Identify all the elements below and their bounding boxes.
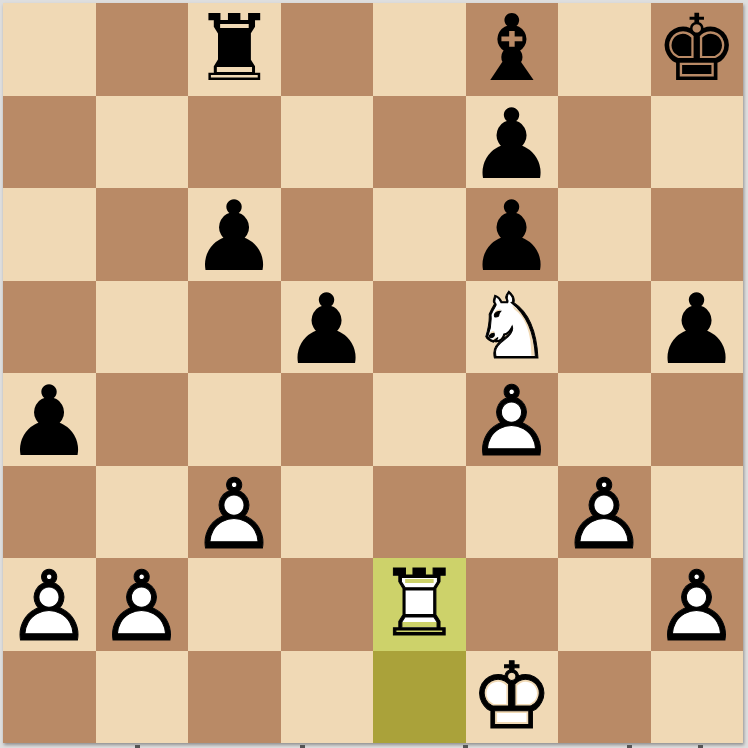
- square-b3[interactable]: [96, 466, 189, 559]
- square-g3[interactable]: ♟♙: [558, 466, 651, 559]
- white-pawn[interactable]: ♟♙: [558, 466, 651, 559]
- square-h4[interactable]: [651, 373, 744, 466]
- white-pawn-outline-glyph: ♙: [561, 466, 648, 563]
- white-knight[interactable]: ♞♘: [466, 281, 559, 374]
- square-f8[interactable]: ♝: [466, 3, 559, 96]
- square-f4[interactable]: ♟♙: [466, 373, 559, 466]
- square-f2[interactable]: [466, 558, 559, 651]
- square-g1[interactable]: [558, 651, 651, 744]
- white-pawn[interactable]: ♟♙: [651, 558, 744, 651]
- black-pawn-glyph: ♟: [468, 188, 555, 285]
- square-c3[interactable]: ♟♙: [188, 466, 281, 559]
- white-rook-outline-glyph: ♖: [378, 558, 460, 650]
- square-a7[interactable]: [3, 96, 96, 189]
- chess-board: ♜♝♚♟♟♟♟♞♘♟♟♟♙♟♙♟♙♟♙♟♙♜♖♟♙♚♔: [3, 3, 743, 743]
- black-rook-glyph: ♜: [193, 3, 275, 95]
- black-pawn-glyph: ♟: [191, 188, 278, 285]
- square-f3[interactable]: [466, 466, 559, 559]
- white-pawn-outline-glyph: ♙: [98, 558, 185, 655]
- square-g4[interactable]: [558, 373, 651, 466]
- square-h5[interactable]: ♟: [651, 281, 744, 374]
- square-h7[interactable]: [651, 96, 744, 189]
- square-e7[interactable]: [373, 96, 466, 189]
- square-c6[interactable]: ♟: [188, 188, 281, 281]
- black-pawn-glyph: ♟: [283, 281, 370, 378]
- black-pawn-glyph: ♟: [6, 373, 93, 470]
- square-d5[interactable]: ♟: [281, 281, 374, 374]
- square-h3[interactable]: [651, 466, 744, 559]
- black-rook[interactable]: ♜: [188, 3, 281, 96]
- square-b6[interactable]: [96, 188, 189, 281]
- square-h1[interactable]: [651, 651, 744, 744]
- square-a2[interactable]: ♟♙: [3, 558, 96, 651]
- black-bishop-glyph: ♝: [471, 3, 553, 95]
- white-pawn-outline-glyph: ♙: [6, 558, 93, 655]
- white-king[interactable]: ♚♔: [466, 651, 559, 744]
- black-pawn[interactable]: ♟: [466, 96, 559, 189]
- square-b8[interactable]: [96, 3, 189, 96]
- square-e6[interactable]: [373, 188, 466, 281]
- white-pawn[interactable]: ♟♙: [188, 466, 281, 559]
- white-pawn[interactable]: ♟♙: [3, 558, 96, 651]
- square-a8[interactable]: [3, 3, 96, 96]
- white-pawn-outline-glyph: ♙: [191, 466, 278, 563]
- square-e5[interactable]: [373, 281, 466, 374]
- square-d1[interactable]: [281, 651, 374, 744]
- square-g6[interactable]: [558, 188, 651, 281]
- square-a1[interactable]: [3, 651, 96, 744]
- square-b7[interactable]: [96, 96, 189, 189]
- square-d2[interactable]: [281, 558, 374, 651]
- square-a6[interactable]: [3, 188, 96, 281]
- square-b2[interactable]: ♟♙: [96, 558, 189, 651]
- white-king-outline-glyph: ♔: [471, 651, 553, 743]
- square-e2[interactable]: ♜♖: [373, 558, 466, 651]
- square-f6[interactable]: ♟: [466, 188, 559, 281]
- square-c2[interactable]: [188, 558, 281, 651]
- white-pawn[interactable]: ♟♙: [466, 373, 559, 466]
- square-b4[interactable]: [96, 373, 189, 466]
- white-pawn-outline-glyph: ♙: [468, 373, 555, 470]
- black-pawn[interactable]: ♟: [3, 373, 96, 466]
- white-rook[interactable]: ♜♖: [373, 558, 466, 651]
- square-d7[interactable]: [281, 96, 374, 189]
- square-b1[interactable]: [96, 651, 189, 744]
- square-b5[interactable]: [96, 281, 189, 374]
- square-h8[interactable]: ♚: [651, 3, 744, 96]
- square-e8[interactable]: [373, 3, 466, 96]
- square-c8[interactable]: ♜: [188, 3, 281, 96]
- square-h2[interactable]: ♟♙: [651, 558, 744, 651]
- square-a3[interactable]: [3, 466, 96, 559]
- black-pawn-glyph: ♟: [653, 281, 740, 378]
- square-f5[interactable]: ♞♘: [466, 281, 559, 374]
- black-pawn-glyph: ♟: [468, 96, 555, 193]
- square-g5[interactable]: [558, 281, 651, 374]
- board-frame: ♜♝♚♟♟♟♟♞♘♟♟♟♙♟♙♟♙♟♙♟♙♜♖♟♙♚♔: [0, 0, 748, 748]
- black-pawn[interactable]: ♟: [651, 281, 744, 374]
- black-pawn[interactable]: ♟: [188, 188, 281, 281]
- white-pawn[interactable]: ♟♙: [96, 558, 189, 651]
- square-d3[interactable]: [281, 466, 374, 559]
- square-a4[interactable]: ♟: [3, 373, 96, 466]
- black-king[interactable]: ♚: [651, 3, 744, 96]
- square-e4[interactable]: [373, 373, 466, 466]
- black-pawn[interactable]: ♟: [466, 188, 559, 281]
- square-c1[interactable]: [188, 651, 281, 744]
- square-d4[interactable]: [281, 373, 374, 466]
- square-e3[interactable]: [373, 466, 466, 559]
- black-bishop[interactable]: ♝: [466, 3, 559, 96]
- white-knight-outline-glyph: ♘: [471, 281, 553, 373]
- square-g2[interactable]: [558, 558, 651, 651]
- square-f1[interactable]: ♚♔: [466, 651, 559, 744]
- white-pawn-outline-glyph: ♙: [653, 558, 740, 655]
- square-c7[interactable]: [188, 96, 281, 189]
- square-h6[interactable]: [651, 188, 744, 281]
- square-d8[interactable]: [281, 3, 374, 96]
- square-g7[interactable]: [558, 96, 651, 189]
- square-a5[interactable]: [3, 281, 96, 374]
- square-f7[interactable]: ♟: [466, 96, 559, 189]
- square-g8[interactable]: [558, 3, 651, 96]
- square-d6[interactable]: [281, 188, 374, 281]
- black-king-glyph: ♚: [656, 3, 738, 95]
- square-c5[interactable]: [188, 281, 281, 374]
- black-pawn[interactable]: ♟: [281, 281, 374, 374]
- square-c4[interactable]: [188, 373, 281, 466]
- square-e1[interactable]: [373, 651, 466, 744]
